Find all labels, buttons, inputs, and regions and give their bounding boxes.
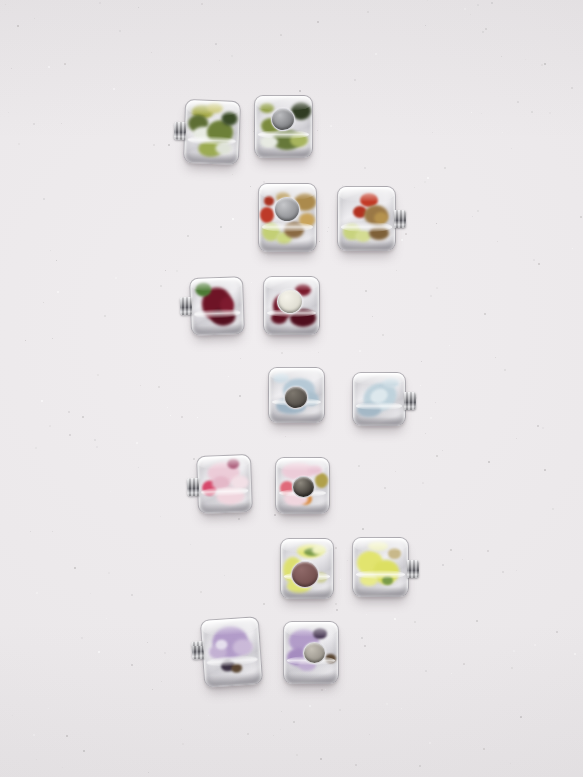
- resin-cube-pair6-left: [280, 538, 334, 599]
- surface-speck: [354, 79, 356, 81]
- photo-surface: [0, 0, 583, 777]
- surface-speck: [167, 407, 168, 408]
- surface-speck: [511, 148, 512, 149]
- surface-speck: [200, 591, 202, 593]
- surface-speck: [401, 239, 403, 241]
- surface-speck: [82, 416, 84, 418]
- surface-speck: [18, 143, 20, 145]
- surface-speck: [436, 287, 438, 289]
- metal-knob: [407, 560, 419, 578]
- surface-speck: [274, 514, 276, 516]
- surface-speck: [8, 112, 9, 113]
- surface-speck: [43, 302, 44, 303]
- surface-speck: [50, 250, 51, 251]
- surface-speck: [34, 18, 35, 19]
- surface-speck: [193, 458, 195, 460]
- surface-speck: [273, 735, 274, 736]
- resin-cube-pair2-right: [337, 186, 396, 251]
- surface-speck: [170, 415, 171, 416]
- magnet-disc: [274, 197, 300, 222]
- surface-speck: [147, 642, 148, 643]
- surface-speck: [477, 4, 479, 6]
- resin-body: [190, 277, 244, 335]
- resin-body: [353, 373, 405, 425]
- glass-top-highlight: [191, 277, 241, 292]
- surface-speck: [549, 112, 551, 114]
- surface-speck: [335, 547, 337, 549]
- surface-speck: [250, 186, 251, 187]
- surface-speck: [152, 689, 153, 690]
- glass-top-highlight: [198, 455, 249, 470]
- surface-speck: [201, 3, 203, 5]
- surface-speck: [215, 43, 217, 45]
- glass-bottom-shade: [192, 324, 244, 335]
- surface-speck: [35, 447, 37, 449]
- surface-speck: [501, 56, 502, 57]
- surface-speck: [293, 721, 295, 723]
- surface-speck: [510, 763, 511, 764]
- surface-speck: [477, 210, 479, 212]
- surface-speck: [495, 357, 496, 358]
- surface-speck: [232, 218, 234, 220]
- surface-speck: [485, 28, 487, 30]
- surface-speck: [160, 285, 162, 287]
- surface-speck: [41, 400, 43, 402]
- surface-speck: [544, 469, 546, 471]
- surface-speck: [386, 703, 388, 705]
- surface-speck: [394, 618, 396, 620]
- surface-speck: [97, 374, 99, 376]
- surface-speck: [110, 491, 111, 492]
- glass-top-highlight: [285, 622, 337, 637]
- surface-speck: [358, 465, 360, 467]
- surface-speck: [52, 338, 53, 339]
- surface-speck: [556, 631, 558, 633]
- surface-speck: [395, 471, 396, 472]
- resin-cube-pair1-right: [254, 95, 313, 158]
- surface-speck: [328, 227, 329, 228]
- surface-speck: [280, 729, 281, 730]
- surface-speck: [436, 223, 437, 224]
- surface-speck: [325, 689, 326, 690]
- resin-cube-pair5-left: [196, 454, 253, 514]
- surface-speck: [49, 425, 51, 427]
- surface-speck: [320, 758, 322, 760]
- surface-speck: [464, 8, 466, 10]
- glass-top-highlight: [339, 187, 394, 202]
- surface-speck: [74, 567, 76, 569]
- surface-speck: [430, 295, 432, 297]
- surface-speck: [369, 734, 370, 735]
- surface-speck: [525, 59, 526, 60]
- surface-speck: [355, 764, 357, 766]
- surface-speck: [471, 112, 472, 113]
- glass-bottom-shade: [255, 147, 312, 157]
- surface-speck: [435, 402, 436, 403]
- surface-speck: [463, 663, 465, 665]
- resin-cube-pair6-right: [352, 537, 409, 597]
- glass-bottom-shade: [284, 673, 338, 683]
- surface-speck: [285, 436, 286, 437]
- surface-speck: [436, 455, 438, 457]
- surface-speck: [367, 11, 369, 13]
- surface-speck: [513, 650, 515, 652]
- pressed-flower-blob: [260, 207, 274, 223]
- surface-speck: [140, 385, 141, 386]
- surface-speck: [30, 531, 31, 532]
- surface-speck: [138, 467, 139, 468]
- surface-speck: [220, 226, 222, 228]
- glass-bottom-shade: [353, 417, 405, 425]
- surface-speck: [462, 559, 463, 560]
- surface-speck: [181, 729, 182, 730]
- surface-speck: [231, 55, 233, 57]
- resin-body: [276, 458, 329, 513]
- magnet-disc: [292, 476, 315, 498]
- surface-speck: [64, 63, 66, 65]
- glass-top-highlight: [277, 458, 328, 471]
- resin-cube-pair4-right: [352, 372, 406, 426]
- surface-speck: [96, 446, 98, 448]
- surface-speck: [208, 715, 209, 716]
- glass-bottom-shade: [184, 152, 238, 164]
- glass-top-highlight: [202, 617, 258, 637]
- magnet-disc: [271, 108, 295, 131]
- surface-speck: [405, 233, 407, 235]
- surface-speck: [99, 2, 101, 4]
- glass-top-highlight: [270, 368, 323, 381]
- glass-bottom-shade: [338, 240, 395, 250]
- glass-bottom-shade: [259, 240, 316, 251]
- surface-speck: [517, 101, 519, 103]
- surface-speck: [148, 772, 149, 773]
- surface-speck: [476, 620, 478, 622]
- surface-speck: [414, 187, 415, 188]
- resin-cube-pair3-left: [189, 276, 245, 336]
- surface-speck: [422, 482, 424, 484]
- surface-speck: [335, 603, 337, 605]
- surface-speck: [239, 395, 241, 397]
- surface-speck: [251, 282, 252, 283]
- surface-speck: [502, 571, 504, 573]
- surface-speck: [365, 290, 367, 292]
- surface-speck: [153, 144, 155, 146]
- surface-speck: [516, 438, 517, 439]
- surface-speck: [321, 689, 323, 691]
- surface-speck: [571, 87, 573, 89]
- surface-speck: [552, 508, 554, 510]
- surface-speck: [90, 593, 91, 594]
- surface-speck: [317, 130, 318, 131]
- resin-cube-pair5-right: [275, 457, 330, 514]
- surface-speck: [425, 433, 426, 434]
- resin-body: [197, 455, 252, 513]
- surface-speck: [427, 177, 429, 179]
- glass-shine-band: [341, 222, 392, 231]
- resin-body: [255, 96, 312, 157]
- surface-speck: [481, 113, 482, 114]
- surface-speck: [281, 711, 282, 712]
- glass-top-highlight: [354, 538, 407, 552]
- surface-speck: [534, 644, 536, 646]
- resin-body: [281, 539, 333, 598]
- surface-speck: [190, 544, 191, 545]
- surface-speck: [25, 340, 26, 341]
- surface-speck: [66, 735, 68, 737]
- surface-speck: [300, 440, 301, 441]
- surface-speck: [113, 88, 115, 90]
- resin-cube-pair7-right: [283, 621, 339, 684]
- resin-body: [353, 538, 408, 596]
- resin-body: [259, 184, 316, 251]
- surface-speck: [176, 270, 178, 272]
- surface-speck: [136, 442, 138, 444]
- surface-speck: [483, 748, 485, 750]
- surface-speck: [520, 716, 522, 718]
- surface-speck: [488, 461, 490, 463]
- magnet-disc: [284, 386, 308, 409]
- surface-speck: [442, 564, 444, 566]
- surface-speck: [33, 734, 35, 736]
- resin-cube-pair7-left: [200, 616, 264, 688]
- surface-speck: [232, 174, 233, 175]
- surface-speck: [263, 603, 265, 605]
- metal-knob: [187, 478, 200, 496]
- surface-speck: [347, 560, 348, 561]
- surface-speck: [531, 111, 533, 113]
- surface-speck: [57, 291, 59, 293]
- surface-speck: [364, 645, 366, 647]
- surface-speck: [280, 34, 282, 36]
- surface-speck: [421, 361, 422, 362]
- surface-speck: [544, 63, 546, 65]
- glass-top-highlight: [354, 373, 404, 385]
- surface-speck: [432, 132, 433, 133]
- surface-speck: [224, 575, 225, 576]
- surface-speck: [361, 637, 363, 639]
- resin-body: [264, 277, 319, 334]
- metal-knob: [404, 392, 416, 410]
- surface-speck: [12, 715, 13, 716]
- surface-speck: [317, 21, 319, 23]
- surface-speck: [168, 144, 170, 146]
- metal-knob: [180, 297, 193, 315]
- surface-speck: [158, 386, 160, 388]
- surface-speck: [538, 263, 540, 265]
- surface-speck: [33, 123, 35, 125]
- glass-bottom-shade: [199, 502, 252, 513]
- surface-speck: [228, 376, 229, 377]
- surface-speck: [182, 743, 184, 745]
- surface-speck: [420, 504, 421, 505]
- surface-speck: [372, 316, 373, 317]
- surface-speck: [247, 733, 249, 735]
- surface-speck: [384, 487, 386, 489]
- surface-speck: [533, 259, 535, 261]
- surface-speck: [419, 765, 421, 767]
- surface-speck: [36, 592, 38, 594]
- surface-speck: [442, 450, 443, 451]
- surface-speck: [504, 369, 506, 371]
- surface-speck: [339, 709, 341, 711]
- surface-speck: [56, 260, 57, 261]
- surface-speck: [327, 231, 328, 232]
- surface-speck: [424, 181, 426, 183]
- glass-bottom-shade: [353, 587, 408, 596]
- surface-speck: [362, 528, 364, 530]
- glass-bottom-shade: [205, 672, 263, 686]
- surface-speck: [451, 673, 452, 674]
- surface-speck: [449, 345, 450, 346]
- surface-speck: [444, 167, 446, 169]
- surface-speck: [472, 216, 473, 217]
- resin-body: [338, 187, 395, 250]
- surface-speck: [160, 516, 161, 517]
- surface-speck: [502, 132, 503, 133]
- surface-speck: [345, 549, 346, 550]
- glass-bottom-shade: [281, 589, 333, 598]
- surface-speck: [219, 60, 220, 61]
- surface-speck: [131, 594, 133, 596]
- surface-speck: [491, 2, 493, 4]
- surface-speck: [187, 235, 189, 237]
- surface-speck: [296, 754, 298, 756]
- surface-speck: [336, 609, 338, 611]
- surface-speck: [131, 664, 133, 666]
- surface-speck: [62, 767, 63, 768]
- pressed-flower-blob: [215, 639, 228, 650]
- resin-cube-pair2-left: [258, 183, 317, 252]
- surface-speck: [138, 7, 139, 8]
- resin-cube-pair4-left: [268, 367, 325, 423]
- surface-speck: [318, 352, 319, 353]
- surface-speck: [5, 4, 6, 5]
- surface-speck: [81, 637, 83, 639]
- surface-speck: [240, 358, 241, 359]
- surface-speck: [164, 652, 166, 654]
- surface-speck: [197, 417, 198, 418]
- surface-speck: [414, 621, 416, 623]
- surface-speck: [541, 64, 543, 66]
- surface-speck: [497, 241, 498, 242]
- pressed-flower-blob: [315, 473, 328, 488]
- magnet-disc: [291, 561, 319, 588]
- resin-body: [284, 622, 338, 683]
- surface-speck: [98, 651, 100, 653]
- surface-speck: [106, 618, 107, 619]
- surface-speck: [11, 68, 12, 69]
- surface-speck: [309, 705, 311, 707]
- surface-speck: [43, 198, 45, 200]
- surface-speck: [470, 14, 471, 15]
- glass-bottom-shade: [269, 413, 324, 422]
- metal-knob: [394, 210, 406, 228]
- surface-speck: [359, 350, 361, 352]
- surface-speck: [108, 572, 110, 574]
- metal-knob: [174, 122, 187, 140]
- surface-speck: [542, 427, 544, 429]
- surface-speck: [574, 653, 576, 655]
- surface-speck: [425, 25, 426, 26]
- glass-shine-band: [262, 222, 313, 232]
- surface-speck: [61, 123, 62, 124]
- surface-speck: [281, 352, 283, 354]
- surface-speck: [420, 385, 421, 386]
- surface-speck: [382, 334, 384, 336]
- surface-speck: [484, 313, 486, 315]
- surface-speck: [94, 439, 96, 441]
- surface-speck: [401, 708, 402, 709]
- surface-speck: [319, 241, 320, 242]
- surface-speck: [69, 434, 71, 436]
- surface-speck: [265, 254, 267, 256]
- surface-speck: [48, 66, 50, 68]
- surface-speck: [430, 417, 432, 419]
- glass-bottom-shade: [264, 325, 319, 334]
- resin-body: [201, 617, 262, 687]
- surface-speck: [104, 315, 106, 317]
- glass-shine-band: [356, 570, 406, 579]
- surface-speck: [165, 270, 166, 271]
- surface-speck: [516, 570, 517, 571]
- surface-speck: [450, 549, 452, 551]
- surface-speck: [52, 531, 53, 532]
- surface-speck: [572, 248, 573, 249]
- surface-speck: [181, 416, 183, 418]
- surface-speck: [151, 52, 152, 53]
- glass-top-highlight: [282, 539, 332, 553]
- surface-speck: [511, 667, 513, 669]
- surface-speck: [299, 90, 301, 92]
- surface-speck: [364, 167, 366, 169]
- surface-speck: [36, 759, 37, 760]
- resin-body: [269, 368, 324, 422]
- surface-speck: [366, 614, 367, 615]
- surface-speck: [482, 31, 484, 33]
- surface-speck: [580, 216, 582, 218]
- resin-cube-pair1-left: [183, 99, 241, 165]
- surface-speck: [119, 30, 121, 32]
- surface-speck: [429, 742, 431, 744]
- surface-speck: [161, 681, 162, 682]
- metal-knob: [191, 641, 204, 660]
- surface-speck: [17, 25, 19, 27]
- surface-speck: [330, 125, 332, 127]
- surface-speck: [68, 411, 70, 413]
- surface-speck: [537, 425, 539, 427]
- surface-speck: [48, 708, 49, 709]
- glass-bottom-shade: [276, 504, 329, 513]
- resin-cube-pair3-right: [263, 276, 320, 335]
- surface-speck: [238, 518, 240, 520]
- surface-speck: [83, 750, 85, 752]
- surface-speck: [487, 550, 489, 552]
- resin-body: [184, 100, 240, 164]
- surface-speck: [115, 277, 117, 279]
- surface-speck: [340, 579, 341, 580]
- surface-speck: [425, 670, 427, 672]
- surface-speck: [427, 0, 428, 1]
- glass-shine-band: [356, 402, 403, 410]
- surface-speck: [375, 53, 377, 55]
- surface-speck: [396, 270, 397, 271]
